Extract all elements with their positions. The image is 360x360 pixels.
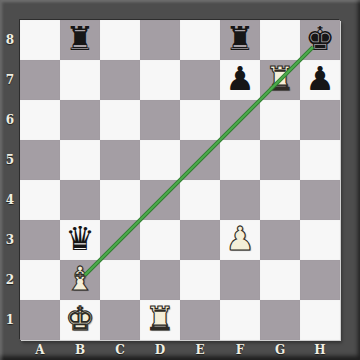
square-g8[interactable] [260,20,300,60]
square-d6[interactable] [140,100,180,140]
square-h6[interactable] [300,100,340,140]
file-label-c: C [100,340,140,359]
square-e7[interactable] [180,60,220,100]
square-e8[interactable] [180,20,220,60]
piece-white-rook-d1[interactable]: ♜ [145,299,175,339]
square-d4[interactable] [140,180,180,220]
square-c2[interactable] [100,260,140,300]
square-b2[interactable]: ♝ [60,260,100,300]
square-b3[interactable]: ♛ [60,220,100,260]
piece-black-pawn-f7[interactable]: ♟ [225,59,255,99]
square-b7[interactable] [60,60,100,100]
piece-black-rook-f8[interactable]: ♜ [225,19,255,59]
file-labels: ABCDEFGH [20,340,340,360]
square-f2[interactable] [220,260,260,300]
file-label-h: H [300,340,340,359]
square-e1[interactable] [180,300,220,340]
square-d3[interactable] [140,220,180,260]
piece-white-bishop-b2[interactable]: ♝ [65,259,95,299]
square-b8[interactable]: ♜ [60,20,100,60]
square-b6[interactable] [60,100,100,140]
rank-label-8: 8 [0,20,20,60]
piece-white-king-b1[interactable]: ♚ [65,299,95,339]
square-h4[interactable] [300,180,340,220]
square-a4[interactable] [20,180,60,220]
square-g1[interactable] [260,300,300,340]
file-label-e: E [180,340,220,359]
square-f7[interactable]: ♟ [220,60,260,100]
square-c3[interactable] [100,220,140,260]
square-c8[interactable] [100,20,140,60]
piece-black-king-h8[interactable]: ♚ [305,19,335,59]
square-h1[interactable] [300,300,340,340]
rank-labels: 87654321 [0,20,20,340]
square-e2[interactable] [180,260,220,300]
square-d5[interactable] [140,140,180,180]
square-c7[interactable] [100,60,140,100]
piece-black-queen-b3[interactable]: ♛ [65,219,95,259]
square-c6[interactable] [100,100,140,140]
rank-label-4: 4 [0,180,20,220]
square-h3[interactable] [300,220,340,260]
square-g5[interactable] [260,140,300,180]
file-label-b: B [60,340,100,359]
square-h5[interactable] [300,140,340,180]
square-g3[interactable] [260,220,300,260]
square-f8[interactable]: ♜ [220,20,260,60]
piece-white-rook-g7[interactable]: ♜ [265,59,295,99]
square-h8[interactable]: ♚ [300,20,340,60]
file-label-a: A [20,340,60,359]
square-e3[interactable] [180,220,220,260]
square-f4[interactable] [220,180,260,220]
square-g6[interactable] [260,100,300,140]
rank-label-5: 5 [0,140,20,180]
square-e5[interactable] [180,140,220,180]
file-label-g: G [260,340,300,359]
square-b1[interactable]: ♚ [60,300,100,340]
piece-black-pawn-h7[interactable]: ♟ [305,59,335,99]
square-f3[interactable]: ♟ [220,220,260,260]
rank-label-2: 2 [0,260,20,300]
rank-label-7: 7 [0,60,20,100]
chess-board-frame: ♜♜♚♟♜♟♛♟♝♚♜ 87654321 ABCDEFGH [0,0,360,360]
square-e4[interactable] [180,180,220,220]
square-c4[interactable] [100,180,140,220]
square-c5[interactable] [100,140,140,180]
square-b4[interactable] [60,180,100,220]
square-c1[interactable] [100,300,140,340]
square-d2[interactable] [140,260,180,300]
square-a6[interactable] [20,100,60,140]
square-d7[interactable] [140,60,180,100]
chess-board: ♜♜♚♟♜♟♛♟♝♚♜ [20,20,340,340]
square-f5[interactable] [220,140,260,180]
square-g4[interactable] [260,180,300,220]
square-d1[interactable]: ♜ [140,300,180,340]
square-a7[interactable] [20,60,60,100]
square-a5[interactable] [20,140,60,180]
square-a8[interactable] [20,20,60,60]
square-g2[interactable] [260,260,300,300]
square-g7[interactable]: ♜ [260,60,300,100]
rank-label-6: 6 [0,100,20,140]
square-h2[interactable] [300,260,340,300]
square-a3[interactable] [20,220,60,260]
file-label-d: D [140,340,180,359]
rank-label-1: 1 [0,300,20,340]
square-f1[interactable] [220,300,260,340]
file-label-f: F [220,340,260,359]
square-a2[interactable] [20,260,60,300]
square-h7[interactable]: ♟ [300,60,340,100]
square-b5[interactable] [60,140,100,180]
square-f6[interactable] [220,100,260,140]
square-a1[interactable] [20,300,60,340]
piece-white-pawn-f3[interactable]: ♟ [225,219,255,259]
rank-label-3: 3 [0,220,20,260]
square-d8[interactable] [140,20,180,60]
piece-black-rook-b8[interactable]: ♜ [65,19,95,59]
square-e6[interactable] [180,100,220,140]
